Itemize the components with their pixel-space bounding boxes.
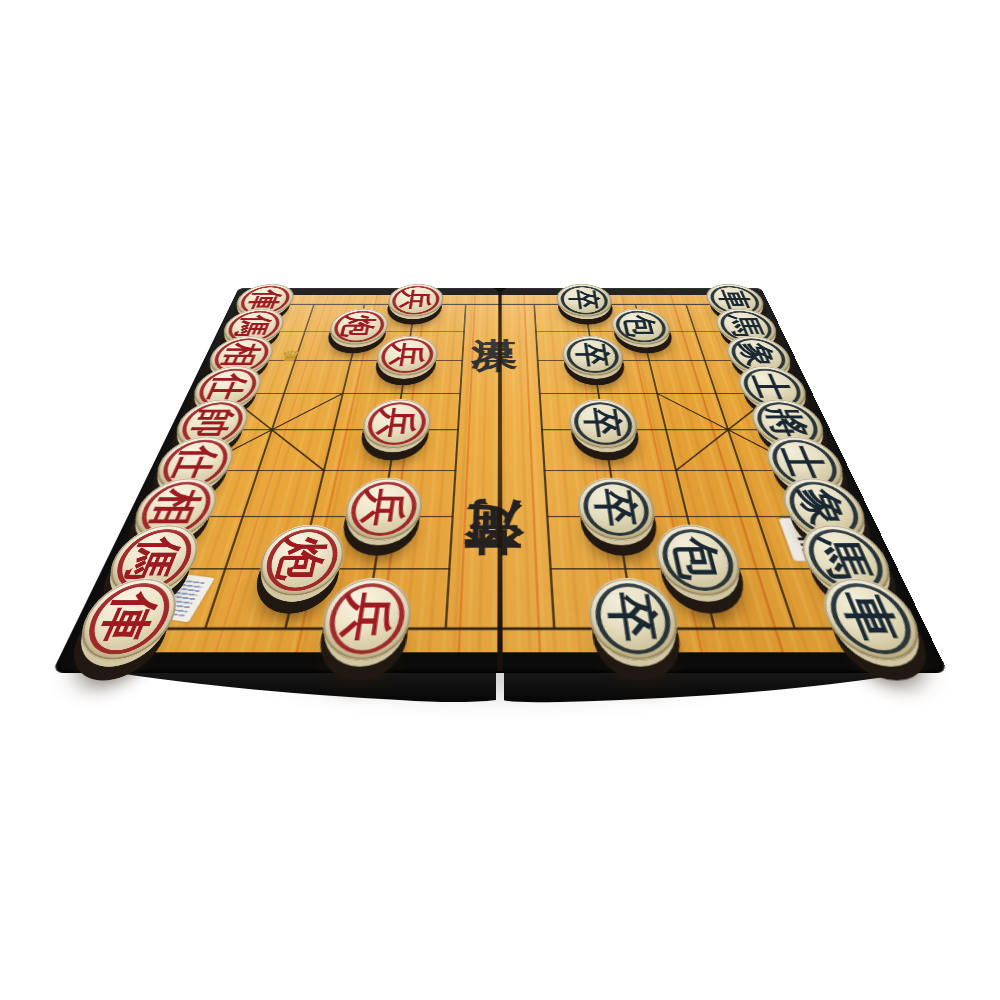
piece-character: 俥 [93,592,165,642]
board-point-r4-f9[interactable]: 兵 [319,597,409,661]
piece-character: 象 [736,343,782,367]
board-point-r2-f1[interactable] [284,292,343,318]
board-point-r3-f5[interactable] [297,411,368,449]
board-point-r5-f3[interactable] [433,345,491,376]
piece-character: 卒 [591,488,641,526]
board-point-r4-f7[interactable]: 兵 [343,492,420,541]
piece-character: 兵 [337,592,396,642]
board-point-r5-f5[interactable] [425,411,489,449]
board-point-r4-f5[interactable]: 兵 [361,411,429,449]
board-point-r6-f9[interactable] [514,597,598,661]
board-point-r6-f6[interactable] [511,449,579,492]
piece-character: 卒 [567,290,602,310]
piece-character: 相 [146,488,207,526]
piece-character: 傌 [232,315,275,337]
piece-character: 兵 [387,343,426,367]
product-photo-scene: ♛ CE CERT 漢界 楚河 俥兵卒車傌炮包馬相兵卒象仕士帥兵卒將仕士相兵卒象… [0,0,1000,1000]
board-point-r8-f5[interactable] [631,411,702,449]
board-point-r5-f7[interactable] [415,492,488,541]
board-point-r3-f8[interactable]: 炮 [254,541,342,597]
board-point-r8-f4[interactable] [624,376,691,410]
piece-character: 士 [748,374,797,401]
board-point-r8-f3[interactable] [618,345,681,376]
piece-character: 卒 [573,343,612,367]
piece-character: 將 [761,408,813,438]
piece-character: 象 [793,488,854,526]
piece-character: 仕 [203,374,252,401]
piece-character: 炮 [339,315,378,337]
board-point-r2-f2[interactable] [273,317,335,345]
board-point-r6-f1[interactable] [509,292,561,318]
board-point-r5-f9[interactable] [402,597,486,661]
board-point-r6-f5[interactable] [511,411,575,449]
board-point-r6-f8[interactable] [513,541,591,597]
piece-character: 包 [669,537,727,580]
board-point-r2-f4[interactable] [248,376,318,410]
board-point-r6-f7[interactable] [512,492,585,541]
board-point-r4-f3[interactable]: 兵 [376,345,436,376]
piece-character: 士 [776,446,832,480]
piece-character: 兵 [358,488,408,526]
board-point-r3-f2[interactable]: 炮 [327,317,387,345]
board-point-r7-f7[interactable]: 卒 [580,492,657,541]
piece-character: 兵 [375,408,419,438]
piece-character: 俥 [245,290,286,310]
board-point-r6-f3[interactable] [510,345,568,376]
board-point-r5-f1[interactable] [439,292,491,318]
board-point-r5-f8[interactable] [409,541,487,597]
piece-character: 兵 [398,290,433,310]
piece-character: 炮 [273,537,331,580]
piece-character: 馬 [813,537,879,580]
board-point-r2-f5[interactable] [233,411,308,449]
board-point-r8-f2[interactable]: 包 [613,317,673,345]
board-point-r4-f1[interactable]: 兵 [387,292,441,318]
piece-character: 馬 [724,315,767,337]
piece-character: 相 [219,343,265,367]
board-point-r7-f1[interactable]: 卒 [558,292,612,318]
board-point-r6-f2[interactable] [509,317,564,345]
board-point-r3-f6[interactable] [285,449,361,492]
piece-character: 卒 [581,408,625,438]
board-point-r5-f6[interactable] [420,449,488,492]
board-point-r7-f3[interactable]: 卒 [564,345,624,376]
piece-character: 帥 [186,408,238,438]
piece-character: 傌 [121,537,187,580]
board-point-r2-f3[interactable] [261,345,327,376]
board-point-r7-f5[interactable]: 卒 [571,411,639,449]
piece-character: 包 [621,315,660,337]
piece-character: 車 [714,290,755,310]
board-point-r5-f4[interactable] [429,376,490,410]
board-point-r6-f4[interactable] [510,376,571,410]
board-point-r3-f3[interactable] [318,345,381,376]
board-point-r7-f9[interactable]: 卒 [591,597,681,661]
piece-character: 卒 [604,592,663,642]
piece-character: 仕 [167,446,223,480]
board-point-r3-f4[interactable] [308,376,375,410]
piece-character: 車 [835,592,907,642]
board-point-r5-f2[interactable] [436,317,491,345]
